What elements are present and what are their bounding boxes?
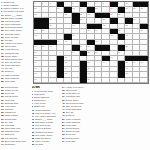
cell-number: 30 xyxy=(49,24,51,26)
cell-number: 37 xyxy=(95,29,97,31)
cell-number: 55 xyxy=(87,51,89,53)
cell-number: 3 xyxy=(49,2,50,4)
cell-number: 9 xyxy=(118,2,119,4)
cell-number: 19 xyxy=(141,7,143,9)
cell-number: 61 xyxy=(34,61,36,63)
cell-number: 41 xyxy=(72,34,74,36)
clue-item: 67 Wise bird xyxy=(62,140,91,143)
cell-number: 64 xyxy=(103,61,105,63)
grid-cell[interactable]: 76 xyxy=(34,78,42,83)
cell-number: 43 xyxy=(125,34,127,36)
grid-cell[interactable] xyxy=(49,78,57,83)
grid-cell[interactable] xyxy=(64,78,72,83)
cell-number: 27 xyxy=(80,18,82,20)
grid-cell[interactable] xyxy=(133,78,141,83)
grid-cell[interactable] xyxy=(125,78,133,83)
cell-number: 73 xyxy=(65,72,67,74)
grid-cell[interactable] xyxy=(118,78,126,83)
cell-number: 23 xyxy=(87,13,89,15)
cell-number: 50 xyxy=(80,45,82,47)
cell-number: 51 xyxy=(87,45,89,47)
cell-number: 4 xyxy=(65,2,66,4)
cell-number: 68 xyxy=(34,67,36,69)
cell-number: 48 xyxy=(42,45,44,47)
grid-cell[interactable] xyxy=(72,78,80,83)
cell-number: 26 xyxy=(49,18,51,20)
cell-number: 22 xyxy=(80,13,82,15)
grid-cell[interactable] xyxy=(140,78,148,83)
cell-number: 31 xyxy=(72,24,74,26)
cell-number: 13 xyxy=(72,7,74,9)
cell-number: 36 xyxy=(87,29,89,31)
cell-number: 10 xyxy=(125,2,127,4)
cell-number: 33 xyxy=(125,24,127,26)
cell-number: 59 xyxy=(65,56,67,58)
cell-number: 39 xyxy=(141,29,143,31)
grid-cell[interactable] xyxy=(110,78,118,83)
cell-number: 20 xyxy=(34,13,36,15)
cell-number: 58 xyxy=(34,56,36,58)
cell-number: 28 xyxy=(103,18,105,20)
cell-number: 11 xyxy=(34,7,36,9)
cell-number: 38 xyxy=(118,29,120,31)
cell-number: 56 xyxy=(95,51,97,53)
cell-number: 49 xyxy=(49,45,51,47)
cell-number: 46 xyxy=(95,40,97,42)
cell-number: 2 xyxy=(42,2,43,4)
cell-number: 75 xyxy=(125,72,127,74)
cell-number: 17 xyxy=(125,7,127,9)
cell-number: 12 xyxy=(57,7,59,9)
cell-number: 7 xyxy=(95,2,96,4)
bottom-clue-column-4 xyxy=(93,86,122,148)
cell-number: 14 xyxy=(80,7,82,9)
cell-number: 32 xyxy=(103,24,105,26)
cell-number: 72 xyxy=(34,72,36,74)
cell-number: 44 xyxy=(57,40,59,42)
cell-number: 47 xyxy=(34,45,36,47)
cell-number: 40 xyxy=(34,34,36,36)
grid-cell[interactable] xyxy=(57,78,65,83)
bottom-clue-column-1: 53 Poet's before55 Came to rest58 Deep c… xyxy=(1,86,30,148)
cell-number: 21 xyxy=(65,13,67,15)
cell-number: 60 xyxy=(110,56,112,58)
cell-number: 53 xyxy=(34,51,36,53)
cell-number: 66 xyxy=(133,61,135,63)
cell-number: 63 xyxy=(87,61,89,63)
cell-number: 45 xyxy=(65,40,67,42)
crossword-grid[interactable]: 1234567891011121314151617181920212223242… xyxy=(33,1,149,84)
cell-number: 71 xyxy=(125,67,127,69)
cell-number: 62 xyxy=(65,61,67,63)
cell-number: 29 xyxy=(133,18,135,20)
cell-number: 42 xyxy=(110,34,112,36)
bottom-clue-column-5 xyxy=(123,86,150,148)
grid-cell[interactable] xyxy=(95,78,103,83)
cell-number: 52 xyxy=(125,45,127,47)
across-clue-column: 1 Sharp turn4 Come together6 Part of a w… xyxy=(1,1,32,85)
cell-number: 77 xyxy=(87,78,89,80)
cell-number: 25 xyxy=(118,13,120,15)
bottom-clue-column-3: 34 Hardly ever seen35 Opera solo36 In th… xyxy=(62,86,91,148)
cell-number: 65 xyxy=(125,61,127,63)
cell-number: 76 xyxy=(34,78,36,80)
cell-number: 5 xyxy=(72,2,73,4)
cell-number: 74 xyxy=(87,72,89,74)
black-cell xyxy=(80,78,88,83)
cell-number: 6 xyxy=(87,2,88,4)
cell-number: 15 xyxy=(95,7,97,9)
cell-number: 35 xyxy=(42,29,44,31)
cell-number: 54 xyxy=(72,51,74,53)
clue-item: 33 Go bad xyxy=(32,143,61,146)
cell-number: 67 xyxy=(141,61,143,63)
grid-cell[interactable] xyxy=(42,78,50,83)
cell-number: 8 xyxy=(103,2,104,4)
cell-number: 1 xyxy=(34,2,35,4)
cell-number: 18 xyxy=(133,7,135,9)
cell-number: 16 xyxy=(110,7,112,9)
clue-item: 52 Roof edge xyxy=(1,80,32,83)
grid-cell[interactable]: 77 xyxy=(87,78,95,83)
cell-number: 70 xyxy=(87,67,89,69)
cell-number: 34 xyxy=(34,29,36,31)
cell-number: 24 xyxy=(110,13,112,15)
bottom-clue-column-2: DOWN1 Went like the wind2 Cafe order3 Sm… xyxy=(32,86,61,148)
cell-number: 69 xyxy=(65,67,67,69)
crossword-page: 1 Sharp turn4 Come together6 Part of a w… xyxy=(0,0,150,150)
cell-number: 57 xyxy=(118,51,120,53)
grid-cell[interactable] xyxy=(102,78,110,83)
clue-item: 77 Scoundrel xyxy=(1,143,30,146)
